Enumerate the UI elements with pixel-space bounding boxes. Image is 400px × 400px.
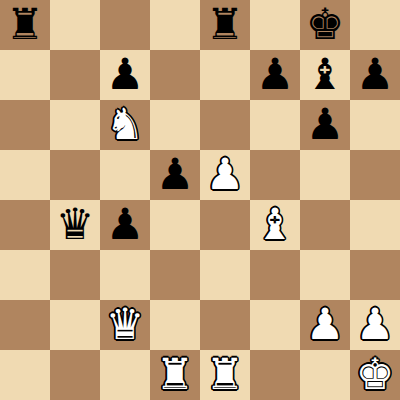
square-b1[interactable]	[50, 350, 100, 400]
square-c2[interactable]: ♛	[100, 300, 150, 350]
square-c4[interactable]: ♟	[100, 200, 150, 250]
square-d5[interactable]: ♟	[150, 150, 200, 200]
white-queen[interactable]: ♛	[100, 300, 150, 350]
square-b8[interactable]	[50, 0, 100, 50]
square-e5[interactable]: ♟	[200, 150, 250, 200]
square-h4[interactable]	[350, 200, 400, 250]
square-d3[interactable]	[150, 250, 200, 300]
square-g6[interactable]: ♟	[300, 100, 350, 150]
white-rook[interactable]: ♜	[150, 350, 200, 400]
square-a7[interactable]	[0, 50, 50, 100]
square-f2[interactable]	[250, 300, 300, 350]
black-pawn[interactable]: ♟	[150, 150, 200, 200]
square-d4[interactable]	[150, 200, 200, 250]
square-f5[interactable]	[250, 150, 300, 200]
black-pawn[interactable]: ♟	[350, 50, 400, 100]
square-b4[interactable]: ♛	[50, 200, 100, 250]
square-g4[interactable]	[300, 200, 350, 250]
square-g2[interactable]: ♟	[300, 300, 350, 350]
square-a2[interactable]	[0, 300, 50, 350]
square-a5[interactable]	[0, 150, 50, 200]
square-e1[interactable]: ♜	[200, 350, 250, 400]
square-c3[interactable]	[100, 250, 150, 300]
square-e4[interactable]	[200, 200, 250, 250]
white-pawn[interactable]: ♟	[200, 150, 250, 200]
square-e3[interactable]	[200, 250, 250, 300]
square-g3[interactable]	[300, 250, 350, 300]
square-f3[interactable]	[250, 250, 300, 300]
square-g1[interactable]	[300, 350, 350, 400]
square-d8[interactable]	[150, 0, 200, 50]
square-a8[interactable]: ♜	[0, 0, 50, 50]
white-knight[interactable]: ♞	[100, 100, 150, 150]
white-pawn[interactable]: ♟	[350, 300, 400, 350]
square-a4[interactable]	[0, 200, 50, 250]
square-g5[interactable]	[300, 150, 350, 200]
square-e8[interactable]: ♜	[200, 0, 250, 50]
square-b5[interactable]	[50, 150, 100, 200]
square-h6[interactable]	[350, 100, 400, 150]
square-a6[interactable]	[0, 100, 50, 150]
square-a1[interactable]	[0, 350, 50, 400]
square-c8[interactable]	[100, 0, 150, 50]
square-h2[interactable]: ♟	[350, 300, 400, 350]
square-h1[interactable]: ♚	[350, 350, 400, 400]
white-king[interactable]: ♚	[350, 350, 400, 400]
black-rook[interactable]: ♜	[0, 0, 50, 50]
chess-board: ♜♜♚♟♟♝♟♞♟♟♟♛♟♝♛♟♟♜♜♚	[0, 0, 400, 400]
black-pawn[interactable]: ♟	[250, 50, 300, 100]
black-queen[interactable]: ♛	[50, 200, 100, 250]
square-a3[interactable]	[0, 250, 50, 300]
white-bishop[interactable]: ♝	[250, 200, 300, 250]
square-c5[interactable]	[100, 150, 150, 200]
square-d2[interactable]	[150, 300, 200, 350]
square-f7[interactable]: ♟	[250, 50, 300, 100]
square-b3[interactable]	[50, 250, 100, 300]
square-b6[interactable]	[50, 100, 100, 150]
square-b2[interactable]	[50, 300, 100, 350]
square-f4[interactable]: ♝	[250, 200, 300, 250]
square-e2[interactable]	[200, 300, 250, 350]
black-bishop[interactable]: ♝	[300, 50, 350, 100]
black-pawn[interactable]: ♟	[100, 200, 150, 250]
white-rook[interactable]: ♜	[200, 350, 250, 400]
white-pawn[interactable]: ♟	[300, 300, 350, 350]
square-e7[interactable]	[200, 50, 250, 100]
square-g7[interactable]: ♝	[300, 50, 350, 100]
square-f8[interactable]	[250, 0, 300, 50]
square-b7[interactable]	[50, 50, 100, 100]
square-h5[interactable]	[350, 150, 400, 200]
square-c1[interactable]	[100, 350, 150, 400]
square-d1[interactable]: ♜	[150, 350, 200, 400]
black-pawn[interactable]: ♟	[300, 100, 350, 150]
black-pawn[interactable]: ♟	[100, 50, 150, 100]
black-king[interactable]: ♚	[300, 0, 350, 50]
square-c7[interactable]: ♟	[100, 50, 150, 100]
square-g8[interactable]: ♚	[300, 0, 350, 50]
square-f1[interactable]	[250, 350, 300, 400]
square-h8[interactable]	[350, 0, 400, 50]
square-h3[interactable]	[350, 250, 400, 300]
square-c6[interactable]: ♞	[100, 100, 150, 150]
square-f6[interactable]	[250, 100, 300, 150]
square-d6[interactable]	[150, 100, 200, 150]
square-h7[interactable]: ♟	[350, 50, 400, 100]
black-rook[interactable]: ♜	[200, 0, 250, 50]
square-d7[interactable]	[150, 50, 200, 100]
square-e6[interactable]	[200, 100, 250, 150]
